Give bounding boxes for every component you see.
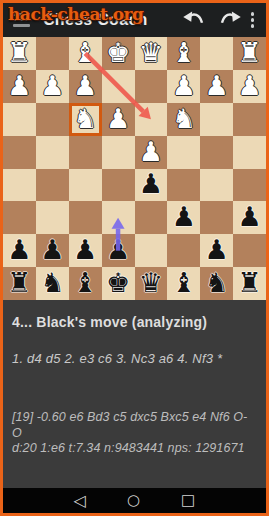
square-e4[interactable] xyxy=(102,136,135,169)
white-bishop-c1: ♝ xyxy=(172,39,196,66)
square-a7[interactable] xyxy=(233,234,266,267)
square-g3[interactable] xyxy=(36,103,69,136)
black-rook-h8: ♜ xyxy=(7,269,31,296)
redo-button[interactable] xyxy=(212,9,247,31)
square-b5[interactable] xyxy=(200,169,233,202)
square-c4[interactable] xyxy=(167,136,200,169)
square-d4[interactable]: ♟ xyxy=(135,136,168,169)
square-a4[interactable] xyxy=(233,136,266,169)
white-rook-h1: ♜ xyxy=(7,39,31,66)
square-g2[interactable]: ♟ xyxy=(36,70,69,103)
square-h1[interactable]: ♜ xyxy=(3,37,36,70)
square-d8[interactable]: ♛ xyxy=(135,267,168,300)
android-navbar: ◁ ○ □ xyxy=(3,488,266,513)
app-title: Chess Coach xyxy=(43,11,148,29)
square-a8[interactable]: ♜ xyxy=(233,267,266,300)
black-knight-g8: ♞ xyxy=(40,269,64,296)
square-g8[interactable]: ♞ xyxy=(36,267,69,300)
square-d3[interactable] xyxy=(135,103,168,136)
square-a1[interactable]: ♜ xyxy=(233,37,266,70)
square-d6[interactable] xyxy=(135,201,168,234)
black-pawn-g7: ♟ xyxy=(40,236,64,263)
black-knight-b8: ♞ xyxy=(205,269,229,296)
menu-hamburger-icon[interactable] xyxy=(13,13,30,27)
square-f3[interactable]: ♞ xyxy=(69,103,102,136)
black-pawn-h7: ♟ xyxy=(7,236,31,263)
white-queen-d1: ♛ xyxy=(139,39,163,66)
square-a6[interactable]: ♟ xyxy=(233,201,266,234)
square-h4[interactable] xyxy=(3,136,36,169)
square-e7[interactable]: ♟ xyxy=(102,234,135,267)
undo-arrow-icon xyxy=(183,11,206,29)
square-c1[interactable]: ♝ xyxy=(167,37,200,70)
move-list: 1. d4 d5 2. e3 c6 3. Nc3 a6 4. Nf3 * xyxy=(12,351,257,366)
white-pawn-h2: ♟ xyxy=(7,72,31,99)
square-e6[interactable] xyxy=(102,201,135,234)
undo-button[interactable] xyxy=(177,9,212,31)
square-f5[interactable] xyxy=(69,169,102,202)
engine-stats: d:20 1:e6 t:7.34 n:9483441 nps: 1291671 xyxy=(12,441,257,457)
square-h3[interactable] xyxy=(3,103,36,136)
square-b2[interactable]: ♟ xyxy=(200,70,233,103)
square-g5[interactable] xyxy=(36,169,69,202)
square-b7[interactable]: ♟ xyxy=(200,234,233,267)
square-e2[interactable] xyxy=(102,70,135,103)
square-c3[interactable]: ♞ xyxy=(167,103,200,136)
analysis-panel: 4... Black's move (analyzing) 1. d4 d5 2… xyxy=(3,300,266,488)
square-g6[interactable] xyxy=(36,201,69,234)
square-b4[interactable] xyxy=(200,136,233,169)
square-h7[interactable]: ♟ xyxy=(3,234,36,267)
square-f8[interactable]: ♝ xyxy=(69,267,102,300)
overflow-menu-button[interactable] xyxy=(247,10,259,30)
toolbar: Chess Coach xyxy=(3,3,266,37)
white-pawn-g2: ♟ xyxy=(40,72,64,99)
square-d5[interactable]: ♟ xyxy=(135,169,168,202)
black-pawn-e7: ♟ xyxy=(106,236,130,263)
square-d2[interactable] xyxy=(135,70,168,103)
black-pawn-d5: ♟ xyxy=(139,170,163,197)
engine-output: [19] -0.60 e6 Bd3 c5 dxc5 Bxc5 e4 Nf6 O-… xyxy=(12,410,257,457)
move-status-heading: 4... Black's move (analyzing) xyxy=(12,314,257,330)
square-d7[interactable] xyxy=(135,234,168,267)
redo-arrow-icon xyxy=(218,11,241,29)
square-c7[interactable] xyxy=(167,234,200,267)
black-pawn-c6: ♟ xyxy=(172,203,196,230)
square-g1[interactable] xyxy=(36,37,69,70)
white-knight-c3: ♞ xyxy=(172,105,196,132)
white-pawn-d4: ♟ xyxy=(139,138,163,165)
black-bishop-f8: ♝ xyxy=(73,269,97,296)
square-f7[interactable]: ♟ xyxy=(69,234,102,267)
square-b1[interactable] xyxy=(200,37,233,70)
black-pawn-a6: ♟ xyxy=(237,203,261,230)
black-pawn-f7: ♟ xyxy=(73,236,97,263)
square-f6[interactable] xyxy=(69,201,102,234)
square-b8[interactable]: ♞ xyxy=(200,267,233,300)
square-a3[interactable] xyxy=(233,103,266,136)
black-bishop-c8: ♝ xyxy=(172,269,196,296)
square-b6[interactable] xyxy=(200,201,233,234)
black-king-e8: ♚ xyxy=(106,269,130,296)
white-knight-f3: ♞ xyxy=(73,105,97,132)
square-d1[interactable]: ♛ xyxy=(135,37,168,70)
white-king-e1: ♚ xyxy=(106,39,130,66)
black-queen-d8: ♛ xyxy=(139,269,163,296)
square-e8[interactable]: ♚ xyxy=(102,267,135,300)
square-a2[interactable]: ♟ xyxy=(233,70,266,103)
square-h5[interactable] xyxy=(3,169,36,202)
white-pawn-a2: ♟ xyxy=(237,72,261,99)
square-e5[interactable] xyxy=(102,169,135,202)
app-screen: hack-cheat.org Chess Coach xyxy=(0,0,269,516)
white-rook-a1: ♜ xyxy=(237,39,261,66)
square-f2[interactable]: ♟ xyxy=(69,70,102,103)
chess-board: ♜♝♚♛♝♜♟♟♟♟♟♟♞♟♞♟♟♟♟♟♟♟♟♟♜♞♝♚♛♝♞♜ xyxy=(3,37,266,300)
square-c8[interactable]: ♝ xyxy=(167,267,200,300)
black-pawn-b7: ♟ xyxy=(205,236,229,263)
square-h2[interactable]: ♟ xyxy=(3,70,36,103)
android-home-button[interactable]: ○ xyxy=(127,493,140,508)
engine-line: [19] -0.60 e6 Bd3 c5 dxc5 Bxc5 e4 Nf6 O-… xyxy=(12,410,257,441)
square-h8[interactable]: ♜ xyxy=(3,267,36,300)
square-g4[interactable] xyxy=(36,136,69,169)
square-c5[interactable] xyxy=(167,169,200,202)
square-f1[interactable]: ♝ xyxy=(69,37,102,70)
square-h6[interactable] xyxy=(3,201,36,234)
white-pawn-c2: ♟ xyxy=(172,72,196,99)
android-recents-button[interactable]: □ xyxy=(181,493,195,508)
white-pawn-f2: ♟ xyxy=(73,72,97,99)
square-e3[interactable]: ♟ xyxy=(102,103,135,136)
white-pawn-b2: ♟ xyxy=(205,72,229,99)
square-f4[interactable] xyxy=(69,136,102,169)
square-g7[interactable]: ♟ xyxy=(36,234,69,267)
white-pawn-e3: ♟ xyxy=(106,105,130,132)
square-c2[interactable]: ♟ xyxy=(167,70,200,103)
square-a5[interactable] xyxy=(233,169,266,202)
square-e1[interactable]: ♚ xyxy=(102,37,135,70)
android-back-button[interactable]: ◁ xyxy=(74,493,86,509)
square-c6[interactable]: ♟ xyxy=(167,201,200,234)
black-rook-a8: ♜ xyxy=(237,269,261,296)
square-b3[interactable] xyxy=(200,103,233,136)
white-bishop-f1: ♝ xyxy=(73,39,97,66)
